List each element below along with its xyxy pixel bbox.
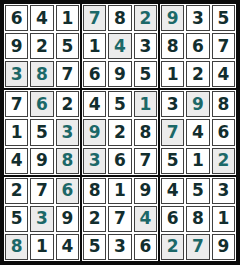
cell-r9c5[interactable]: 3: [108, 234, 131, 260]
cell-r9c7[interactable]: 2: [161, 234, 184, 260]
cell-r3c2[interactable]: 8: [30, 61, 53, 87]
cell-r3c7[interactable]: 1: [161, 61, 184, 87]
cell-r7c2[interactable]: 7: [30, 178, 53, 204]
cell-r1c2[interactable]: 4: [30, 5, 53, 31]
cell-r7c4[interactable]: 8: [83, 178, 106, 204]
cell-r8c7[interactable]: 6: [161, 206, 184, 232]
sudoku-box-7: 276539814: [3, 176, 81, 262]
cell-r3c5[interactable]: 9: [108, 61, 131, 87]
cell-r5c4[interactable]: 9: [83, 119, 106, 145]
cell-r3c4[interactable]: 6: [83, 61, 106, 87]
cell-r3c6[interactable]: 5: [134, 61, 157, 87]
cell-r9c3[interactable]: 4: [56, 234, 79, 260]
cell-r9c4[interactable]: 5: [83, 234, 106, 260]
cell-r6c8[interactable]: 1: [186, 148, 209, 174]
sudoku-box-3: 935867124: [159, 3, 237, 89]
cell-r4c2[interactable]: 6: [30, 91, 53, 117]
cell-r9c8[interactable]: 7: [186, 234, 209, 260]
cell-r3c8[interactable]: 2: [186, 61, 209, 87]
cell-r1c5[interactable]: 8: [108, 5, 131, 31]
sudoku-board: 6419253877821436959358671247621534984519…: [0, 0, 240, 265]
cell-r8c3[interactable]: 9: [56, 206, 79, 232]
cell-r9c2[interactable]: 1: [30, 234, 53, 260]
sudoku-box-5: 451928367: [81, 89, 159, 175]
cell-r8c1[interactable]: 5: [5, 206, 28, 232]
cell-r2c3[interactable]: 5: [56, 33, 79, 59]
cell-r8c2[interactable]: 3: [30, 206, 53, 232]
cell-r5c7[interactable]: 7: [161, 119, 184, 145]
cell-r1c1[interactable]: 6: [5, 5, 28, 31]
cell-r7c8[interactable]: 5: [186, 178, 209, 204]
cell-r6c2[interactable]: 9: [30, 148, 53, 174]
cell-r9c1[interactable]: 8: [5, 234, 28, 260]
cell-r7c6[interactable]: 9: [134, 178, 157, 204]
cell-r4c3[interactable]: 2: [56, 91, 79, 117]
cell-r6c6[interactable]: 7: [134, 148, 157, 174]
cell-r4c6[interactable]: 1: [134, 91, 157, 117]
cell-r8c6[interactable]: 4: [134, 206, 157, 232]
cell-r6c1[interactable]: 4: [5, 148, 28, 174]
cell-r7c5[interactable]: 1: [108, 178, 131, 204]
cell-r4c8[interactable]: 9: [186, 91, 209, 117]
cell-r1c3[interactable]: 1: [56, 5, 79, 31]
cell-r7c7[interactable]: 4: [161, 178, 184, 204]
cell-r4c5[interactable]: 5: [108, 91, 131, 117]
cell-r2c1[interactable]: 9: [5, 33, 28, 59]
cell-r2c9[interactable]: 7: [212, 33, 235, 59]
cell-r9c9[interactable]: 9: [212, 234, 235, 260]
cell-r8c4[interactable]: 2: [83, 206, 106, 232]
cell-r6c9[interactable]: 2: [212, 148, 235, 174]
cell-r4c7[interactable]: 3: [161, 91, 184, 117]
cell-r6c3[interactable]: 8: [56, 148, 79, 174]
cell-r9c6[interactable]: 6: [134, 234, 157, 260]
cell-r2c6[interactable]: 3: [134, 33, 157, 59]
cell-r5c1[interactable]: 1: [5, 119, 28, 145]
sudoku-box-9: 453681279: [159, 176, 237, 262]
cell-r2c5[interactable]: 4: [108, 33, 131, 59]
sudoku-box-8: 819274536: [81, 176, 159, 262]
cell-r1c9[interactable]: 5: [212, 5, 235, 31]
cell-r5c5[interactable]: 2: [108, 119, 131, 145]
cell-r5c9[interactable]: 6: [212, 119, 235, 145]
cell-r5c8[interactable]: 4: [186, 119, 209, 145]
cell-r7c3[interactable]: 6: [56, 178, 79, 204]
cell-r2c7[interactable]: 8: [161, 33, 184, 59]
cell-r1c8[interactable]: 3: [186, 5, 209, 31]
cell-r6c4[interactable]: 3: [83, 148, 106, 174]
cell-r7c1[interactable]: 2: [5, 178, 28, 204]
cell-r5c6[interactable]: 8: [134, 119, 157, 145]
cell-r3c9[interactable]: 4: [212, 61, 235, 87]
sudoku-box-1: 641925387: [3, 3, 81, 89]
sudoku-box-4: 762153498: [3, 89, 81, 175]
cell-r6c5[interactable]: 6: [108, 148, 131, 174]
cell-r1c4[interactable]: 7: [83, 5, 106, 31]
sudoku-box-2: 782143695: [81, 3, 159, 89]
cell-r5c2[interactable]: 5: [30, 119, 53, 145]
cell-r7c9[interactable]: 3: [212, 178, 235, 204]
cell-r6c7[interactable]: 5: [161, 148, 184, 174]
cell-r3c1[interactable]: 3: [5, 61, 28, 87]
cell-r2c8[interactable]: 6: [186, 33, 209, 59]
cell-r4c9[interactable]: 8: [212, 91, 235, 117]
cell-r2c2[interactable]: 2: [30, 33, 53, 59]
cell-r4c1[interactable]: 7: [5, 91, 28, 117]
cell-r8c9[interactable]: 1: [212, 206, 235, 232]
cell-r3c3[interactable]: 7: [56, 61, 79, 87]
cell-r8c8[interactable]: 8: [186, 206, 209, 232]
cell-r2c4[interactable]: 1: [83, 33, 106, 59]
sudoku-box-6: 398746512: [159, 89, 237, 175]
cell-r8c5[interactable]: 7: [108, 206, 131, 232]
cell-r5c3[interactable]: 3: [56, 119, 79, 145]
cell-r1c7[interactable]: 9: [161, 5, 184, 31]
cell-r4c4[interactable]: 4: [83, 91, 106, 117]
cell-r1c6[interactable]: 2: [134, 5, 157, 31]
